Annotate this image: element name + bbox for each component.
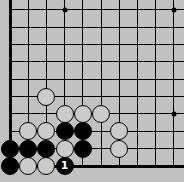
point-D4[interactable] <box>55 105 73 122</box>
stone-black-D3 <box>56 122 74 140</box>
stone-white-C1 <box>37 157 55 175</box>
stone-white-B1 <box>19 157 37 175</box>
stone-black-A2 <box>1 140 19 158</box>
stone-black-A1 <box>1 157 19 175</box>
stone-white-B3 <box>19 122 37 140</box>
point-A1[interactable] <box>1 157 19 174</box>
move-number-label: 1 <box>61 160 69 171</box>
point-D3[interactable] <box>55 123 73 140</box>
point-A2[interactable] <box>1 140 19 157</box>
stone-white-C3 <box>37 122 55 140</box>
stone-black-E3 <box>74 122 92 140</box>
point-G2[interactable] <box>110 140 128 157</box>
board-grid[interactable]: 1 <box>1 1 183 175</box>
point-C2[interactable] <box>37 140 55 157</box>
stone-white-D4 <box>56 105 74 123</box>
stone-white-F4 <box>92 105 110 123</box>
stone-black-E2 <box>74 140 92 158</box>
point-C3[interactable] <box>37 123 55 140</box>
point-E4[interactable] <box>74 105 92 122</box>
point-C5[interactable] <box>37 88 55 105</box>
stone-black-C2 <box>37 140 55 158</box>
stone-white-E4 <box>74 105 92 123</box>
point-C1[interactable] <box>37 157 55 174</box>
stone-white-C5 <box>37 88 55 106</box>
point-E2[interactable] <box>74 140 92 157</box>
stone-white-D2 <box>56 140 74 158</box>
stone-white-G3 <box>110 122 128 140</box>
point-E3[interactable] <box>74 123 92 140</box>
point-D1[interactable]: 1 <box>55 157 73 174</box>
point-D2[interactable] <box>55 140 73 157</box>
point-G3[interactable] <box>110 123 128 140</box>
point-B3[interactable] <box>19 123 37 140</box>
point-F4[interactable] <box>92 105 110 122</box>
go-board-diagram: 1 <box>0 0 184 182</box>
stone-black-B2 <box>19 140 37 158</box>
stone-black-D1: 1 <box>56 157 74 175</box>
stone-white-G2 <box>110 140 128 158</box>
point-B2[interactable] <box>19 140 37 157</box>
point-B1[interactable] <box>19 157 37 174</box>
